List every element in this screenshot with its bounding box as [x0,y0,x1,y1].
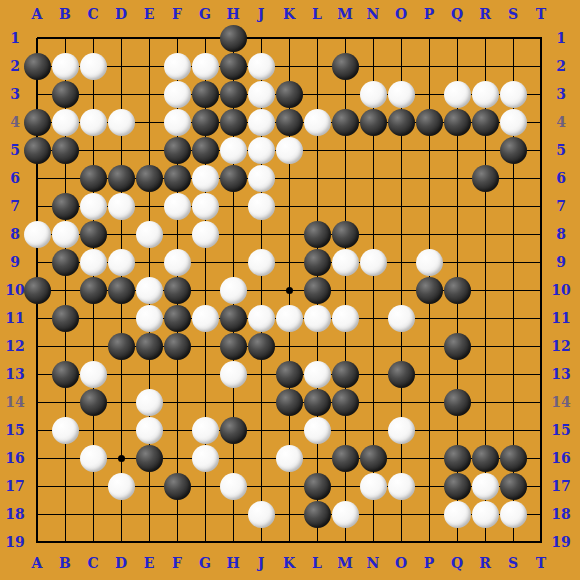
point-C9[interactable] [79,248,107,276]
point-F10[interactable] [163,276,191,304]
point-E11[interactable] [135,304,163,332]
point-A5[interactable] [23,136,51,164]
point-R10[interactable] [471,276,499,304]
point-L4[interactable] [303,108,331,136]
point-R12[interactable] [471,332,499,360]
point-E9[interactable] [135,248,163,276]
point-M17[interactable] [331,472,359,500]
point-F11[interactable] [163,304,191,332]
point-A7[interactable] [23,192,51,220]
point-S14[interactable] [499,388,527,416]
point-N10[interactable] [359,276,387,304]
point-E12[interactable] [135,332,163,360]
point-C8[interactable] [79,220,107,248]
point-B6[interactable] [51,164,79,192]
point-S11[interactable] [499,304,527,332]
point-N8[interactable] [359,220,387,248]
point-H7[interactable] [219,192,247,220]
point-D14[interactable] [107,388,135,416]
point-Q1[interactable] [443,24,471,52]
point-T1[interactable] [527,24,555,52]
point-T6[interactable] [527,164,555,192]
point-R14[interactable] [471,388,499,416]
point-A19[interactable] [23,528,51,556]
point-R16[interactable] [471,444,499,472]
point-R9[interactable] [471,248,499,276]
point-E8[interactable] [135,220,163,248]
point-E5[interactable] [135,136,163,164]
point-P6[interactable] [415,164,443,192]
point-M12[interactable] [331,332,359,360]
point-O15[interactable] [387,416,415,444]
point-F4[interactable] [163,108,191,136]
point-S8[interactable] [499,220,527,248]
point-D19[interactable] [107,528,135,556]
point-D5[interactable] [107,136,135,164]
point-A12[interactable] [23,332,51,360]
point-K6[interactable] [275,164,303,192]
point-B11[interactable] [51,304,79,332]
point-S15[interactable] [499,416,527,444]
point-M9[interactable] [331,248,359,276]
point-A2[interactable] [23,52,51,80]
point-H1[interactable] [219,24,247,52]
point-K19[interactable] [275,528,303,556]
point-M14[interactable] [331,388,359,416]
point-S12[interactable] [499,332,527,360]
point-G8[interactable] [191,220,219,248]
point-B8[interactable] [51,220,79,248]
point-B7[interactable] [51,192,79,220]
point-S3[interactable] [499,80,527,108]
point-Q6[interactable] [443,164,471,192]
point-T11[interactable] [527,304,555,332]
point-M11[interactable] [331,304,359,332]
point-A6[interactable] [23,164,51,192]
point-D2[interactable] [107,52,135,80]
point-G19[interactable] [191,528,219,556]
point-Q16[interactable] [443,444,471,472]
point-J1[interactable] [247,24,275,52]
point-Q5[interactable] [443,136,471,164]
point-J10[interactable] [247,276,275,304]
point-D16[interactable] [107,444,135,472]
point-N11[interactable] [359,304,387,332]
point-J6[interactable] [247,164,275,192]
point-B2[interactable] [51,52,79,80]
point-J7[interactable] [247,192,275,220]
point-Q9[interactable] [443,248,471,276]
point-H16[interactable] [219,444,247,472]
point-D10[interactable] [107,276,135,304]
point-J12[interactable] [247,332,275,360]
point-D17[interactable] [107,472,135,500]
point-M8[interactable] [331,220,359,248]
point-C10[interactable] [79,276,107,304]
point-O19[interactable] [387,528,415,556]
point-E16[interactable] [135,444,163,472]
point-H9[interactable] [219,248,247,276]
point-J3[interactable] [247,80,275,108]
point-R19[interactable] [471,528,499,556]
point-G1[interactable] [191,24,219,52]
point-C15[interactable] [79,416,107,444]
point-F16[interactable] [163,444,191,472]
point-F7[interactable] [163,192,191,220]
point-Q12[interactable] [443,332,471,360]
point-E15[interactable] [135,416,163,444]
point-J17[interactable] [247,472,275,500]
point-R15[interactable] [471,416,499,444]
point-A18[interactable] [23,500,51,528]
point-T2[interactable] [527,52,555,80]
point-R8[interactable] [471,220,499,248]
point-N4[interactable] [359,108,387,136]
point-B14[interactable] [51,388,79,416]
point-K10[interactable] [275,276,303,304]
point-H2[interactable] [219,52,247,80]
point-S9[interactable] [499,248,527,276]
point-F19[interactable] [163,528,191,556]
point-C14[interactable] [79,388,107,416]
point-N1[interactable] [359,24,387,52]
point-J11[interactable] [247,304,275,332]
point-N15[interactable] [359,416,387,444]
point-C17[interactable] [79,472,107,500]
point-D12[interactable] [107,332,135,360]
point-R3[interactable] [471,80,499,108]
point-G11[interactable] [191,304,219,332]
point-Q4[interactable] [443,108,471,136]
point-S6[interactable] [499,164,527,192]
point-K7[interactable] [275,192,303,220]
point-Q18[interactable] [443,500,471,528]
point-J9[interactable] [247,248,275,276]
point-A10[interactable] [23,276,51,304]
point-B10[interactable] [51,276,79,304]
point-T13[interactable] [527,360,555,388]
point-S16[interactable] [499,444,527,472]
point-L14[interactable] [303,388,331,416]
point-P12[interactable] [415,332,443,360]
point-P5[interactable] [415,136,443,164]
point-A15[interactable] [23,416,51,444]
point-M5[interactable] [331,136,359,164]
point-A9[interactable] [23,248,51,276]
point-K18[interactable] [275,500,303,528]
point-C3[interactable] [79,80,107,108]
point-E4[interactable] [135,108,163,136]
point-K16[interactable] [275,444,303,472]
point-Q15[interactable] [443,416,471,444]
point-L1[interactable] [303,24,331,52]
point-K14[interactable] [275,388,303,416]
point-C5[interactable] [79,136,107,164]
point-L7[interactable] [303,192,331,220]
point-E3[interactable] [135,80,163,108]
point-H17[interactable] [219,472,247,500]
point-S18[interactable] [499,500,527,528]
point-F1[interactable] [163,24,191,52]
point-C12[interactable] [79,332,107,360]
point-O2[interactable] [387,52,415,80]
point-J8[interactable] [247,220,275,248]
point-D3[interactable] [107,80,135,108]
point-P10[interactable] [415,276,443,304]
point-P11[interactable] [415,304,443,332]
point-G14[interactable] [191,388,219,416]
point-Q19[interactable] [443,528,471,556]
point-J4[interactable] [247,108,275,136]
point-N9[interactable] [359,248,387,276]
point-L11[interactable] [303,304,331,332]
point-D1[interactable] [107,24,135,52]
point-G6[interactable] [191,164,219,192]
point-A16[interactable] [23,444,51,472]
point-D9[interactable] [107,248,135,276]
point-O4[interactable] [387,108,415,136]
point-R5[interactable] [471,136,499,164]
point-N18[interactable] [359,500,387,528]
point-J18[interactable] [247,500,275,528]
point-H14[interactable] [219,388,247,416]
point-Q17[interactable] [443,472,471,500]
point-G16[interactable] [191,444,219,472]
point-G5[interactable] [191,136,219,164]
point-Q11[interactable] [443,304,471,332]
point-Q10[interactable] [443,276,471,304]
point-G3[interactable] [191,80,219,108]
point-H18[interactable] [219,500,247,528]
point-O10[interactable] [387,276,415,304]
point-E6[interactable] [135,164,163,192]
point-K12[interactable] [275,332,303,360]
point-O16[interactable] [387,444,415,472]
point-G13[interactable] [191,360,219,388]
point-H19[interactable] [219,528,247,556]
point-L3[interactable] [303,80,331,108]
point-O17[interactable] [387,472,415,500]
point-D6[interactable] [107,164,135,192]
point-O18[interactable] [387,500,415,528]
point-P17[interactable] [415,472,443,500]
point-L10[interactable] [303,276,331,304]
point-E13[interactable] [135,360,163,388]
point-P9[interactable] [415,248,443,276]
point-R13[interactable] [471,360,499,388]
point-E10[interactable] [135,276,163,304]
point-B19[interactable] [51,528,79,556]
point-S10[interactable] [499,276,527,304]
point-E14[interactable] [135,388,163,416]
point-F2[interactable] [163,52,191,80]
go-board[interactable] [23,24,555,556]
point-A14[interactable] [23,388,51,416]
point-O8[interactable] [387,220,415,248]
point-P1[interactable] [415,24,443,52]
point-N2[interactable] [359,52,387,80]
point-F13[interactable] [163,360,191,388]
point-A4[interactable] [23,108,51,136]
point-P19[interactable] [415,528,443,556]
point-F3[interactable] [163,80,191,108]
point-G17[interactable] [191,472,219,500]
point-S19[interactable] [499,528,527,556]
point-M19[interactable] [331,528,359,556]
point-D18[interactable] [107,500,135,528]
point-N17[interactable] [359,472,387,500]
point-P3[interactable] [415,80,443,108]
point-K4[interactable] [275,108,303,136]
point-S1[interactable] [499,24,527,52]
point-P14[interactable] [415,388,443,416]
point-B12[interactable] [51,332,79,360]
point-O9[interactable] [387,248,415,276]
point-O11[interactable] [387,304,415,332]
point-Q2[interactable] [443,52,471,80]
point-C18[interactable] [79,500,107,528]
point-G12[interactable] [191,332,219,360]
point-B1[interactable] [51,24,79,52]
point-G9[interactable] [191,248,219,276]
point-P16[interactable] [415,444,443,472]
point-S17[interactable] [499,472,527,500]
point-R18[interactable] [471,500,499,528]
point-T3[interactable] [527,80,555,108]
point-M4[interactable] [331,108,359,136]
point-T7[interactable] [527,192,555,220]
point-T10[interactable] [527,276,555,304]
point-S2[interactable] [499,52,527,80]
point-G4[interactable] [191,108,219,136]
point-D8[interactable] [107,220,135,248]
point-B3[interactable] [51,80,79,108]
point-K17[interactable] [275,472,303,500]
point-D11[interactable] [107,304,135,332]
point-J2[interactable] [247,52,275,80]
point-T15[interactable] [527,416,555,444]
point-T18[interactable] [527,500,555,528]
point-H13[interactable] [219,360,247,388]
point-M7[interactable] [331,192,359,220]
point-L6[interactable] [303,164,331,192]
point-D13[interactable] [107,360,135,388]
point-O1[interactable] [387,24,415,52]
point-M10[interactable] [331,276,359,304]
point-J14[interactable] [247,388,275,416]
point-N3[interactable] [359,80,387,108]
point-T17[interactable] [527,472,555,500]
point-O5[interactable] [387,136,415,164]
point-T4[interactable] [527,108,555,136]
point-B17[interactable] [51,472,79,500]
point-T5[interactable] [527,136,555,164]
point-E2[interactable] [135,52,163,80]
point-Q13[interactable] [443,360,471,388]
point-N12[interactable] [359,332,387,360]
point-T16[interactable] [527,444,555,472]
point-M18[interactable] [331,500,359,528]
point-F12[interactable] [163,332,191,360]
point-O14[interactable] [387,388,415,416]
point-N5[interactable] [359,136,387,164]
point-C11[interactable] [79,304,107,332]
point-E19[interactable] [135,528,163,556]
point-B18[interactable] [51,500,79,528]
point-T12[interactable] [527,332,555,360]
point-D4[interactable] [107,108,135,136]
point-A11[interactable] [23,304,51,332]
point-K2[interactable] [275,52,303,80]
point-M6[interactable] [331,164,359,192]
point-S4[interactable] [499,108,527,136]
point-F8[interactable] [163,220,191,248]
point-T14[interactable] [527,388,555,416]
point-G15[interactable] [191,416,219,444]
point-C4[interactable] [79,108,107,136]
point-G18[interactable] [191,500,219,528]
point-H11[interactable] [219,304,247,332]
point-F14[interactable] [163,388,191,416]
point-R17[interactable] [471,472,499,500]
point-P2[interactable] [415,52,443,80]
point-F5[interactable] [163,136,191,164]
point-M13[interactable] [331,360,359,388]
point-C16[interactable] [79,444,107,472]
point-L2[interactable] [303,52,331,80]
point-C19[interactable] [79,528,107,556]
point-F15[interactable] [163,416,191,444]
point-M15[interactable] [331,416,359,444]
point-A17[interactable] [23,472,51,500]
point-A3[interactable] [23,80,51,108]
point-E17[interactable] [135,472,163,500]
point-N7[interactable] [359,192,387,220]
point-R1[interactable] [471,24,499,52]
point-O13[interactable] [387,360,415,388]
point-J5[interactable] [247,136,275,164]
point-N14[interactable] [359,388,387,416]
point-L19[interactable] [303,528,331,556]
point-G2[interactable] [191,52,219,80]
point-H10[interactable] [219,276,247,304]
point-T9[interactable] [527,248,555,276]
point-C7[interactable] [79,192,107,220]
point-L12[interactable] [303,332,331,360]
point-E1[interactable] [135,24,163,52]
point-L5[interactable] [303,136,331,164]
point-N6[interactable] [359,164,387,192]
point-N13[interactable] [359,360,387,388]
point-B16[interactable] [51,444,79,472]
point-C6[interactable] [79,164,107,192]
point-B4[interactable] [51,108,79,136]
point-H8[interactable] [219,220,247,248]
point-P13[interactable] [415,360,443,388]
point-F17[interactable] [163,472,191,500]
point-J16[interactable] [247,444,275,472]
point-H6[interactable] [219,164,247,192]
point-K11[interactable] [275,304,303,332]
point-M16[interactable] [331,444,359,472]
point-A1[interactable] [23,24,51,52]
point-J19[interactable] [247,528,275,556]
point-H3[interactable] [219,80,247,108]
point-K8[interactable] [275,220,303,248]
point-P7[interactable] [415,192,443,220]
point-P15[interactable] [415,416,443,444]
point-L9[interactable] [303,248,331,276]
